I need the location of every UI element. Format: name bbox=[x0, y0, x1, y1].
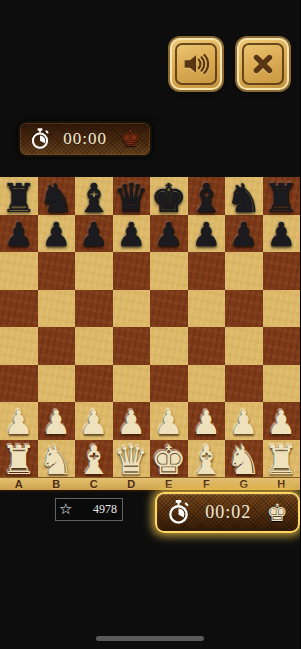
square-h5[interactable] bbox=[263, 290, 301, 328]
square-e2[interactable]: ♟ bbox=[150, 402, 188, 440]
square-b4[interactable] bbox=[38, 327, 76, 365]
black-pawn[interactable]: ♟ bbox=[266, 218, 296, 251]
white-king-icon: ♚ bbox=[266, 501, 288, 525]
square-f7[interactable]: ♟ bbox=[188, 215, 226, 253]
square-e5[interactable] bbox=[150, 290, 188, 328]
white-pawn[interactable]: ♟ bbox=[4, 406, 34, 439]
square-f8[interactable]: ♝ bbox=[188, 177, 226, 215]
square-d7[interactable]: ♟ bbox=[113, 215, 151, 253]
white-king[interactable]: ♚ bbox=[151, 440, 187, 480]
white-knight[interactable]: ♞ bbox=[226, 440, 262, 480]
square-h2[interactable]: ♟ bbox=[263, 402, 301, 440]
square-b8[interactable]: ♞ bbox=[38, 177, 76, 215]
white-bishop[interactable]: ♝ bbox=[188, 440, 224, 480]
square-g7[interactable]: ♟ bbox=[225, 215, 263, 253]
black-pawn[interactable]: ♟ bbox=[116, 218, 146, 251]
square-c4[interactable] bbox=[75, 327, 113, 365]
square-f3[interactable] bbox=[188, 365, 226, 403]
black-clock-time: 00:00 bbox=[63, 129, 107, 149]
black-pawn[interactable]: ♟ bbox=[41, 218, 71, 251]
white-pawn[interactable]: ♟ bbox=[191, 406, 221, 439]
black-knight[interactable]: ♞ bbox=[226, 178, 262, 218]
white-pawn[interactable]: ♟ bbox=[116, 406, 146, 439]
square-d2[interactable]: ♟ bbox=[113, 402, 151, 440]
square-a3[interactable] bbox=[0, 365, 38, 403]
square-f4[interactable] bbox=[188, 327, 226, 365]
white-pawn[interactable]: ♟ bbox=[154, 406, 184, 439]
square-b2[interactable]: ♟ bbox=[38, 402, 76, 440]
rating-value: 4978 bbox=[93, 502, 122, 517]
chess-board: ♜♞♝♛♚♝♞♜♟♟♟♟♟♟♟♟♟♟♟♟♟♟♟♟♜♞♝♛♚♝♞♜ bbox=[0, 177, 300, 477]
square-d4[interactable] bbox=[113, 327, 151, 365]
white-pawn[interactable]: ♟ bbox=[41, 406, 71, 439]
square-d8[interactable]: ♛ bbox=[113, 177, 151, 215]
square-h1[interactable]: ♜ bbox=[263, 440, 301, 478]
black-queen[interactable]: ♛ bbox=[113, 178, 149, 218]
square-g1[interactable]: ♞ bbox=[225, 440, 263, 478]
square-b6[interactable] bbox=[38, 252, 76, 290]
black-pawn[interactable]: ♟ bbox=[154, 218, 184, 251]
close-x-icon bbox=[242, 43, 284, 85]
square-a4[interactable] bbox=[0, 327, 38, 365]
square-h4[interactable] bbox=[263, 327, 301, 365]
home-indicator[interactable] bbox=[96, 636, 204, 641]
square-g6[interactable] bbox=[225, 252, 263, 290]
square-b3[interactable] bbox=[38, 365, 76, 403]
square-a5[interactable] bbox=[0, 290, 38, 328]
square-c5[interactable] bbox=[75, 290, 113, 328]
square-f2[interactable]: ♟ bbox=[188, 402, 226, 440]
square-g2[interactable]: ♟ bbox=[225, 402, 263, 440]
speaker-icon bbox=[175, 43, 217, 85]
white-rook[interactable]: ♜ bbox=[263, 440, 299, 480]
black-bishop[interactable]: ♝ bbox=[76, 178, 112, 218]
square-g4[interactable] bbox=[225, 327, 263, 365]
square-d3[interactable] bbox=[113, 365, 151, 403]
rating-panel: ☆ 4978 bbox=[55, 498, 123, 521]
star-icon: ☆ bbox=[59, 502, 72, 517]
square-f6[interactable] bbox=[188, 252, 226, 290]
white-clock-time: 00:02 bbox=[205, 502, 251, 523]
black-clock-panel: 00:00 ♚ bbox=[18, 121, 152, 157]
black-knight[interactable]: ♞ bbox=[38, 178, 74, 218]
square-c8[interactable]: ♝ bbox=[75, 177, 113, 215]
white-bishop[interactable]: ♝ bbox=[76, 440, 112, 480]
white-knight[interactable]: ♞ bbox=[38, 440, 74, 480]
white-pawn[interactable]: ♟ bbox=[229, 406, 259, 439]
square-d1[interactable]: ♛ bbox=[113, 440, 151, 478]
white-rook[interactable]: ♜ bbox=[1, 440, 37, 480]
square-c6[interactable] bbox=[75, 252, 113, 290]
square-h6[interactable] bbox=[263, 252, 301, 290]
black-king[interactable]: ♚ bbox=[151, 178, 187, 218]
square-c1[interactable]: ♝ bbox=[75, 440, 113, 478]
square-h8[interactable]: ♜ bbox=[263, 177, 301, 215]
white-clock-panel: 00:02 ♚ bbox=[155, 492, 300, 533]
square-f5[interactable] bbox=[188, 290, 226, 328]
close-button[interactable] bbox=[237, 38, 289, 90]
square-g3[interactable] bbox=[225, 365, 263, 403]
square-e6[interactable] bbox=[150, 252, 188, 290]
square-d5[interactable] bbox=[113, 290, 151, 328]
black-king-icon: ♚ bbox=[120, 128, 140, 150]
square-b7[interactable]: ♟ bbox=[38, 215, 76, 253]
stopwatch-icon bbox=[167, 500, 190, 525]
square-h7[interactable]: ♟ bbox=[263, 215, 301, 253]
square-e8[interactable]: ♚ bbox=[150, 177, 188, 215]
square-h3[interactable] bbox=[263, 365, 301, 403]
square-b5[interactable] bbox=[38, 290, 76, 328]
square-e1[interactable]: ♚ bbox=[150, 440, 188, 478]
black-pawn[interactable]: ♟ bbox=[4, 218, 34, 251]
black-rook[interactable]: ♜ bbox=[263, 178, 299, 218]
square-f1[interactable]: ♝ bbox=[188, 440, 226, 478]
white-queen[interactable]: ♛ bbox=[113, 440, 149, 480]
square-a7[interactable]: ♟ bbox=[0, 215, 38, 253]
black-bishop[interactable]: ♝ bbox=[188, 178, 224, 218]
square-c2[interactable]: ♟ bbox=[75, 402, 113, 440]
square-a2[interactable]: ♟ bbox=[0, 402, 38, 440]
square-a8[interactable]: ♜ bbox=[0, 177, 38, 215]
square-e3[interactable] bbox=[150, 365, 188, 403]
black-pawn[interactable]: ♟ bbox=[191, 218, 221, 251]
sound-button[interactable] bbox=[170, 38, 222, 90]
square-d6[interactable] bbox=[113, 252, 151, 290]
black-rook[interactable]: ♜ bbox=[1, 178, 37, 218]
white-pawn[interactable]: ♟ bbox=[79, 406, 109, 439]
square-c3[interactable] bbox=[75, 365, 113, 403]
square-b1[interactable]: ♞ bbox=[38, 440, 76, 478]
square-g5[interactable] bbox=[225, 290, 263, 328]
app-screen: 00:00 ♚ ♜♞♝♛♚♝♞♜♟♟♟♟♟♟♟♟♟♟♟♟♟♟♟♟♜♞♝♛♚♝♞♜… bbox=[0, 0, 300, 649]
square-a1[interactable]: ♜ bbox=[0, 440, 38, 478]
black-pawn[interactable]: ♟ bbox=[229, 218, 259, 251]
square-e4[interactable] bbox=[150, 327, 188, 365]
square-e7[interactable]: ♟ bbox=[150, 215, 188, 253]
white-pawn[interactable]: ♟ bbox=[266, 406, 296, 439]
square-g8[interactable]: ♞ bbox=[225, 177, 263, 215]
square-a6[interactable] bbox=[0, 252, 38, 290]
square-c7[interactable]: ♟ bbox=[75, 215, 113, 253]
stopwatch-icon bbox=[30, 128, 50, 150]
black-pawn[interactable]: ♟ bbox=[79, 218, 109, 251]
